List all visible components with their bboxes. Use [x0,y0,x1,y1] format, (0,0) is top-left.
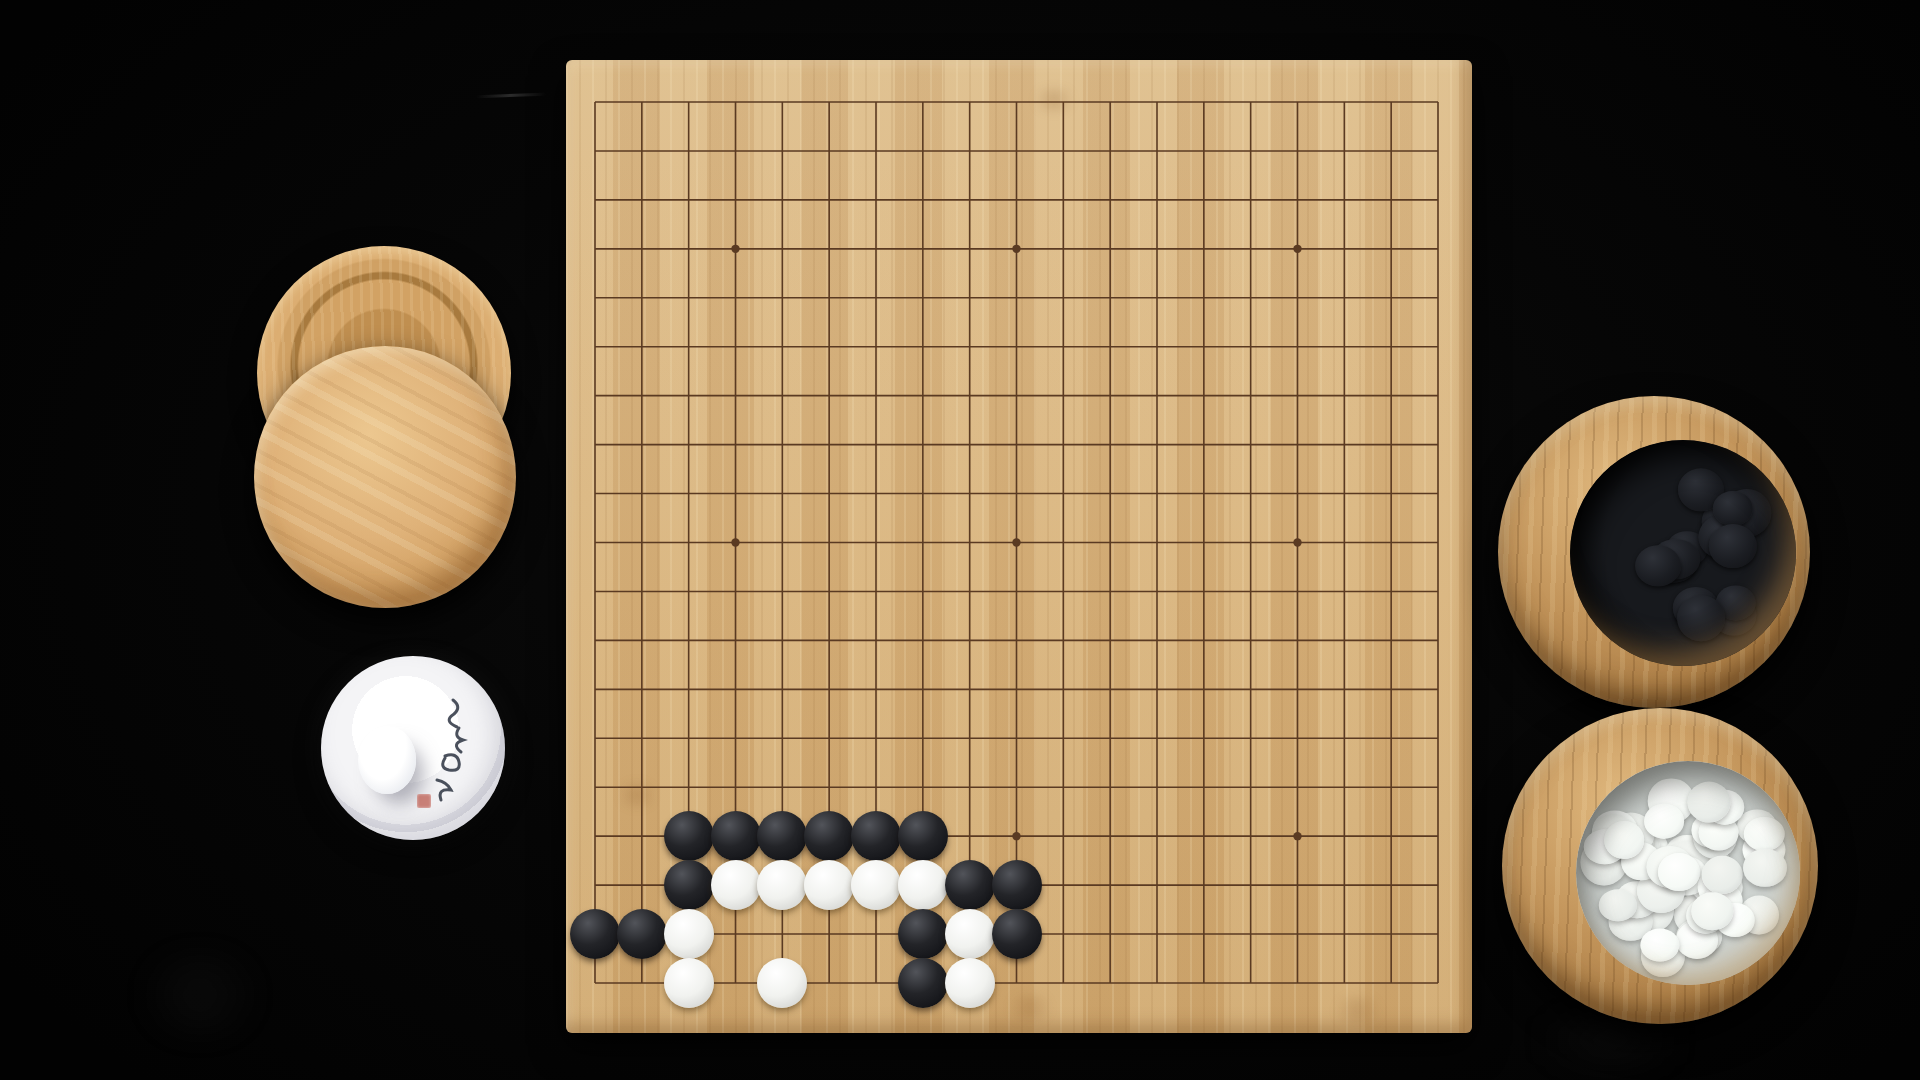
white-pile-stone [1640,928,1679,961]
bowl-lid-front [254,346,516,608]
black-stone [664,860,714,910]
wood-knot [1002,994,1058,1022]
white-stone [804,860,854,910]
white-stone [757,860,807,910]
background-smudge [120,950,280,1040]
black-stone [617,909,667,959]
black-stone [898,909,948,959]
black-stone [664,811,714,861]
wood-knot [1328,996,1388,1026]
calligraphy [419,694,473,810]
black-pile-stone [1677,595,1725,641]
wood-knot [614,782,660,808]
white-pile-stone [1658,853,1700,891]
white-stone [851,860,901,910]
white-stone [664,958,714,1008]
black-pile-stone [1635,545,1681,586]
white-stone [711,860,761,910]
white-bowl-opening [1576,761,1800,985]
white-pile-stone [1604,821,1644,859]
black-stone [898,811,948,861]
background-scratch [476,93,546,98]
black-stone [804,811,854,861]
white-pile-stone [1688,781,1731,822]
black-pile-stone [1709,524,1757,568]
white-pile-stone [1743,848,1787,886]
white-stone-bowl [1502,708,1818,1024]
white-pile-stone [1702,856,1743,894]
white-stone [898,860,948,910]
black-stone [711,811,761,861]
black-stone [851,811,901,861]
black-stone [570,909,620,959]
white-pile-stone [1644,804,1684,839]
white-stone [945,958,995,1008]
go-board [566,60,1472,1033]
black-stone [945,860,995,910]
stones-layer [595,102,1438,983]
black-bowl-opening [1570,440,1796,666]
white-stone [664,909,714,959]
wood-knot [1028,88,1080,112]
white-stone [757,958,807,1008]
black-stone [992,909,1042,959]
black-stone [757,811,807,861]
seal-stamp [417,794,431,808]
ceramic-cup [321,656,505,840]
white-pile-stone [1692,892,1733,930]
scene [0,0,1920,1080]
black-stone-bowl [1498,396,1810,708]
cup-knob [358,726,416,794]
black-stone [992,860,1042,910]
white-stone [945,909,995,959]
black-stone [898,958,948,1008]
black-pile-stone [1713,491,1753,527]
